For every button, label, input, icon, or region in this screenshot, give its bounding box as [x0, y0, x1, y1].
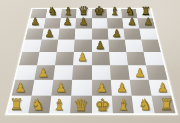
square-f7	[107, 18, 124, 28]
square-b4	[37, 52, 57, 65]
square-e6	[92, 29, 109, 40]
square-c2	[52, 80, 73, 96]
square-e7	[92, 18, 108, 28]
square-d7	[76, 18, 92, 28]
square-d2	[72, 80, 92, 96]
square-e5	[92, 40, 109, 52]
square-d3	[73, 65, 92, 79]
square-d6	[75, 29, 92, 40]
square-e4	[92, 52, 110, 65]
square-h2	[148, 80, 171, 96]
chess-board	[5, 8, 178, 115]
square-h8	[136, 9, 153, 18]
square-c7	[60, 18, 77, 28]
square-c3	[54, 65, 74, 79]
square-f4	[109, 52, 128, 65]
square-h1	[151, 96, 175, 114]
square-d5	[74, 40, 91, 52]
square-f8	[106, 9, 122, 18]
square-f2	[110, 80, 131, 96]
square-h6	[139, 29, 158, 40]
square-d4	[73, 52, 91, 65]
square-c4	[55, 52, 74, 65]
square-c5	[57, 40, 75, 52]
square-b5	[40, 40, 59, 52]
square-e2	[92, 80, 112, 96]
square-e8	[92, 9, 107, 18]
square-b8	[46, 9, 62, 18]
square-h4	[143, 52, 164, 65]
square-f6	[107, 29, 124, 40]
square-h5	[141, 40, 161, 52]
photo-background: ♜♞♝♛♚♝♞♜♟♟♟♟♟♟♟♟♞♝♛♚♝♞♜♟♟♟♟♟♟♟♟	[0, 0, 180, 123]
square-c1	[49, 96, 71, 114]
square-f5	[108, 40, 126, 52]
square-h3	[146, 65, 168, 79]
square-e1	[92, 96, 113, 114]
square-g8	[121, 9, 137, 18]
square-b1	[28, 96, 51, 114]
square-d1	[70, 96, 91, 114]
square-b7	[44, 18, 61, 28]
square-d8	[76, 9, 91, 18]
square-b3	[35, 65, 56, 79]
square-e3	[92, 65, 111, 79]
square-b2	[32, 80, 54, 96]
square-g7	[122, 18, 139, 28]
square-h7	[137, 18, 155, 28]
square-f3	[110, 65, 130, 79]
square-b6	[42, 29, 60, 40]
square-c8	[61, 9, 77, 18]
square-f1	[111, 96, 133, 114]
square-c6	[58, 29, 75, 40]
